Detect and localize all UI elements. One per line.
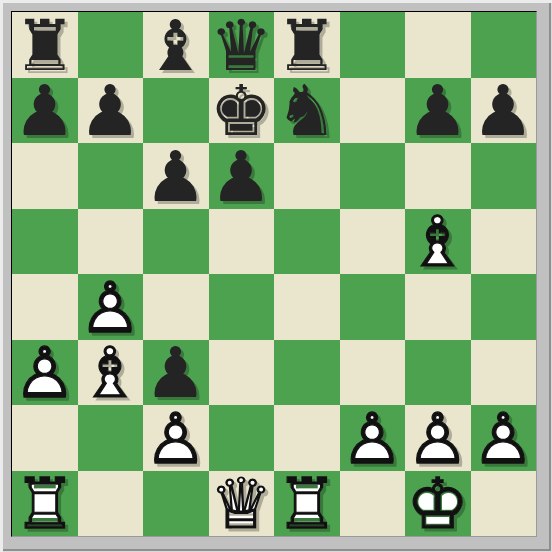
square-c4[interactable] [143, 274, 209, 340]
piece-outline-glyph: ♗ [79, 338, 142, 408]
square-f8[interactable] [340, 12, 406, 78]
black-queen-piece[interactable]: ♛ [209, 12, 275, 78]
square-d7[interactable]: ♚ [209, 78, 275, 144]
black-pawn-piece[interactable]: ♟ [209, 143, 275, 209]
piece-outline-glyph: ♙ [472, 404, 535, 474]
square-b5[interactable] [78, 209, 144, 275]
square-h7[interactable]: ♟ [471, 78, 537, 144]
square-a7[interactable]: ♟ [12, 78, 78, 144]
square-e1[interactable]: ♜♖ [274, 471, 340, 537]
piece-outline-glyph: ♙ [341, 404, 404, 474]
square-f1[interactable] [340, 471, 406, 537]
black-knight-piece[interactable]: ♞ [274, 78, 340, 144]
black-bishop-piece[interactable]: ♝ [143, 12, 209, 78]
square-f6[interactable] [340, 143, 406, 209]
piece-outline-glyph: ♖ [275, 469, 338, 539]
square-g8[interactable] [405, 12, 471, 78]
square-c6[interactable]: ♟ [143, 143, 209, 209]
white-pawn-piece[interactable]: ♟♙ [78, 274, 144, 340]
piece-outline-glyph: ♕ [210, 469, 273, 539]
square-a6[interactable] [12, 143, 78, 209]
white-bishop-piece[interactable]: ♝♗ [405, 209, 471, 275]
white-pawn-piece[interactable]: ♟♙ [340, 405, 406, 471]
board-frame: ♜♝♛♜♟♟♚♞♟♟♟♟♝♗♟♙♟♙♝♗♟♟♙♟♙♟♙♟♙♜♖♛♕♜♖♚♔ [0, 0, 552, 552]
square-e5[interactable] [274, 209, 340, 275]
square-d1[interactable]: ♛♕ [209, 471, 275, 537]
square-h2[interactable]: ♟♙ [471, 405, 537, 471]
square-f2[interactable]: ♟♙ [340, 405, 406, 471]
black-king-piece[interactable]: ♚ [209, 78, 275, 144]
black-rook-piece[interactable]: ♜ [12, 12, 78, 78]
square-c3[interactable]: ♟ [143, 340, 209, 406]
piece-glyph: ♞ [275, 76, 338, 146]
square-b7[interactable]: ♟ [78, 78, 144, 144]
piece-outline-glyph: ♔ [406, 469, 469, 539]
square-h5[interactable] [471, 209, 537, 275]
piece-glyph: ♟ [406, 76, 469, 146]
square-d5[interactable] [209, 209, 275, 275]
square-c2[interactable]: ♟♙ [143, 405, 209, 471]
square-b6[interactable] [78, 143, 144, 209]
white-rook-piece[interactable]: ♜♖ [274, 471, 340, 537]
square-c5[interactable] [143, 209, 209, 275]
square-e6[interactable] [274, 143, 340, 209]
square-h3[interactable] [471, 340, 537, 406]
black-pawn-piece[interactable]: ♟ [471, 78, 537, 144]
square-f4[interactable] [340, 274, 406, 340]
piece-glyph: ♟ [210, 142, 273, 212]
square-g7[interactable]: ♟ [405, 78, 471, 144]
square-c7[interactable] [143, 78, 209, 144]
square-e8[interactable]: ♜ [274, 12, 340, 78]
square-a1[interactable]: ♜♖ [12, 471, 78, 537]
piece-outline-glyph: ♖ [13, 469, 76, 539]
square-g6[interactable] [405, 143, 471, 209]
square-a2[interactable] [12, 405, 78, 471]
square-g1[interactable]: ♚♔ [405, 471, 471, 537]
square-d4[interactable] [209, 274, 275, 340]
square-f3[interactable] [340, 340, 406, 406]
square-g4[interactable] [405, 274, 471, 340]
square-h4[interactable] [471, 274, 537, 340]
square-e3[interactable] [274, 340, 340, 406]
black-pawn-piece[interactable]: ♟ [405, 78, 471, 144]
square-g5[interactable]: ♝♗ [405, 209, 471, 275]
black-pawn-piece[interactable]: ♟ [12, 78, 78, 144]
square-b4[interactable]: ♟♙ [78, 274, 144, 340]
square-a5[interactable] [12, 209, 78, 275]
square-d3[interactable] [209, 340, 275, 406]
piece-outline-glyph: ♙ [144, 404, 207, 474]
white-pawn-piece[interactable]: ♟♙ [405, 405, 471, 471]
white-pawn-piece[interactable]: ♟♙ [471, 405, 537, 471]
square-e2[interactable] [274, 405, 340, 471]
square-c8[interactable]: ♝ [143, 12, 209, 78]
white-queen-piece[interactable]: ♛♕ [209, 471, 275, 537]
white-king-piece[interactable]: ♚♔ [405, 471, 471, 537]
square-h8[interactable] [471, 12, 537, 78]
piece-glyph: ♟ [13, 76, 76, 146]
square-b8[interactable] [78, 12, 144, 78]
white-pawn-piece[interactable]: ♟♙ [143, 405, 209, 471]
white-bishop-piece[interactable]: ♝♗ [78, 340, 144, 406]
square-g2[interactable]: ♟♙ [405, 405, 471, 471]
square-e4[interactable] [274, 274, 340, 340]
square-f5[interactable] [340, 209, 406, 275]
square-d8[interactable]: ♛ [209, 12, 275, 78]
square-h1[interactable] [471, 471, 537, 537]
white-rook-piece[interactable]: ♜♖ [12, 471, 78, 537]
piece-glyph: ♟ [472, 76, 535, 146]
square-d2[interactable] [209, 405, 275, 471]
chess-board: ♜♝♛♜♟♟♚♞♟♟♟♟♝♗♟♙♟♙♝♗♟♟♙♟♙♟♙♟♙♜♖♛♕♜♖♚♔ [11, 11, 537, 537]
square-d6[interactable]: ♟ [209, 143, 275, 209]
square-a3[interactable]: ♟♙ [12, 340, 78, 406]
piece-glyph: ♝ [144, 11, 207, 81]
square-a4[interactable] [12, 274, 78, 340]
piece-outline-glyph: ♙ [13, 338, 76, 408]
piece-glyph: ♟ [79, 76, 142, 146]
square-b2[interactable] [78, 405, 144, 471]
piece-outline-glyph: ♗ [406, 207, 469, 277]
black-rook-piece[interactable]: ♜ [274, 12, 340, 78]
square-f7[interactable] [340, 78, 406, 144]
black-pawn-piece[interactable]: ♟ [143, 143, 209, 209]
square-b1[interactable] [78, 471, 144, 537]
white-pawn-piece[interactable]: ♟♙ [12, 340, 78, 406]
black-pawn-piece[interactable]: ♟ [143, 340, 209, 406]
square-b3[interactable]: ♝♗ [78, 340, 144, 406]
square-c1[interactable] [143, 471, 209, 537]
square-e7[interactable]: ♞ [274, 78, 340, 144]
piece-glyph: ♟ [144, 142, 207, 212]
black-pawn-piece[interactable]: ♟ [78, 78, 144, 144]
square-h6[interactable] [471, 143, 537, 209]
square-g3[interactable] [405, 340, 471, 406]
square-a8[interactable]: ♜ [12, 12, 78, 78]
